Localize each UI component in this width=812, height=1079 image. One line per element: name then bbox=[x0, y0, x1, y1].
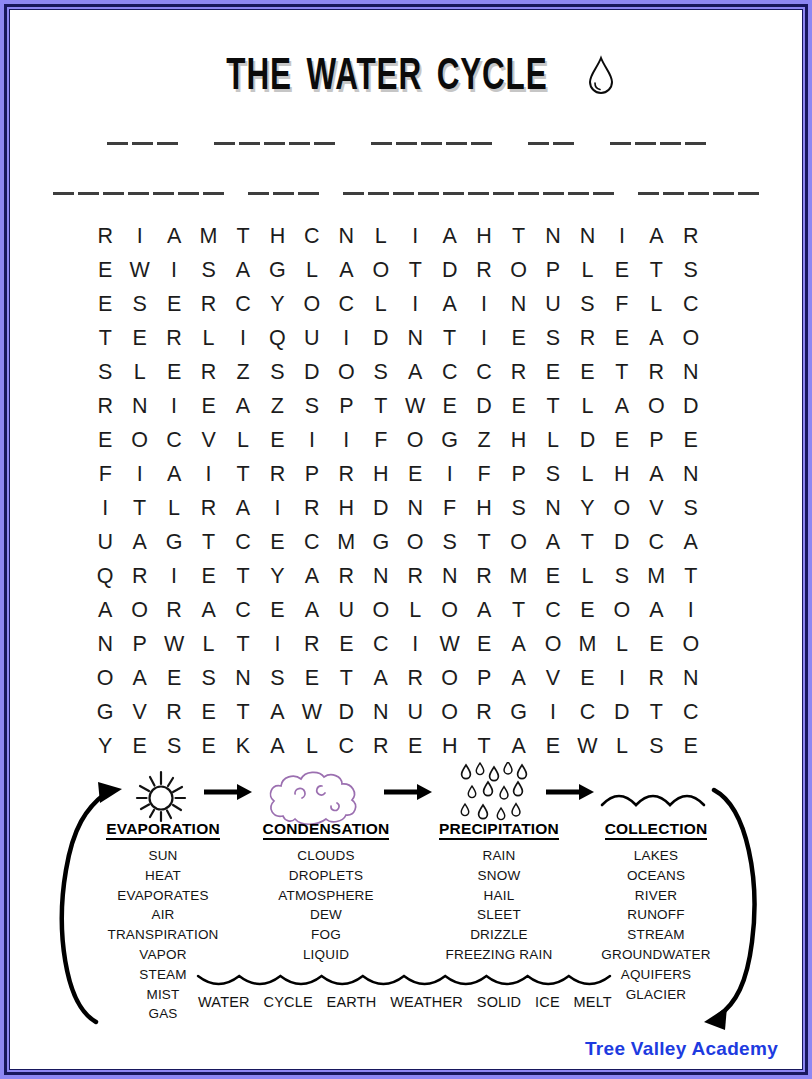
grid-cell[interactable]: I bbox=[432, 458, 466, 492]
grid-cell[interactable]: G bbox=[88, 695, 122, 729]
grid-cell[interactable]: R bbox=[295, 627, 329, 661]
grid-cell[interactable]: N bbox=[674, 458, 708, 492]
grid-cell[interactable]: T bbox=[191, 525, 225, 559]
answer-blank-group[interactable] bbox=[214, 142, 335, 145]
grid-cell[interactable]: A bbox=[191, 593, 225, 627]
grid-cell[interactable]: E bbox=[605, 322, 639, 356]
grid-cell[interactable]: P bbox=[501, 458, 535, 492]
grid-cell[interactable]: L bbox=[364, 288, 398, 322]
grid-cell[interactable]: A bbox=[501, 627, 535, 661]
grid-cell[interactable]: D bbox=[570, 424, 604, 458]
grid-cell[interactable]: I bbox=[605, 220, 639, 254]
grid-cell[interactable]: E bbox=[536, 729, 570, 763]
grid-cell[interactable]: I bbox=[536, 695, 570, 729]
grid-cell[interactable]: S bbox=[674, 492, 708, 526]
grid-cell[interactable]: A bbox=[432, 288, 466, 322]
grid-cell[interactable]: R bbox=[191, 288, 225, 322]
grid-cell[interactable]: E bbox=[191, 729, 225, 763]
grid-cell[interactable]: O bbox=[88, 661, 122, 695]
grid-cell[interactable]: E bbox=[536, 559, 570, 593]
grid-cell[interactable]: T bbox=[605, 356, 639, 390]
grid-cell[interactable]: C bbox=[329, 288, 363, 322]
grid-cell[interactable]: N bbox=[674, 356, 708, 390]
grid-cell[interactable]: S bbox=[536, 458, 570, 492]
grid-cell[interactable]: A bbox=[364, 661, 398, 695]
grid-cell[interactable]: S bbox=[260, 356, 294, 390]
grid-cell[interactable]: T bbox=[432, 322, 466, 356]
grid-cell[interactable]: M bbox=[570, 627, 604, 661]
grid-cell[interactable]: L bbox=[364, 220, 398, 254]
grid-cell[interactable]: E bbox=[674, 729, 708, 763]
grid-cell[interactable]: V bbox=[639, 492, 673, 526]
grid-cell[interactable]: R bbox=[295, 492, 329, 526]
grid-cell[interactable]: T bbox=[467, 525, 501, 559]
grid-cell[interactable]: E bbox=[88, 424, 122, 458]
grid-cell[interactable]: A bbox=[226, 390, 260, 424]
answer-blank-group[interactable] bbox=[53, 192, 224, 195]
grid-cell[interactable]: C bbox=[226, 525, 260, 559]
grid-cell[interactable]: E bbox=[570, 356, 604, 390]
grid-cell[interactable]: R bbox=[157, 593, 191, 627]
grid-cell[interactable]: N bbox=[364, 559, 398, 593]
grid-cell[interactable]: Q bbox=[260, 322, 294, 356]
grid-cell[interactable]: P bbox=[639, 424, 673, 458]
grid-cell[interactable]: I bbox=[467, 288, 501, 322]
grid-cell[interactable]: E bbox=[329, 627, 363, 661]
grid-cell[interactable]: E bbox=[674, 424, 708, 458]
grid-cell[interactable]: D bbox=[432, 254, 466, 288]
grid-cell[interactable]: C bbox=[364, 627, 398, 661]
grid-cell[interactable]: N bbox=[501, 288, 535, 322]
grid-cell[interactable]: S bbox=[570, 288, 604, 322]
grid-cell[interactable]: T bbox=[226, 458, 260, 492]
grid-cell[interactable]: M bbox=[191, 220, 225, 254]
grid-cell[interactable]: L bbox=[639, 288, 673, 322]
grid-cell[interactable]: G bbox=[364, 525, 398, 559]
grid-cell[interactable]: C bbox=[295, 525, 329, 559]
grid-cell[interactable]: O bbox=[329, 356, 363, 390]
grid-cell[interactable]: L bbox=[226, 424, 260, 458]
grid-cell[interactable]: K bbox=[226, 729, 260, 763]
grid-cell[interactable]: E bbox=[260, 593, 294, 627]
grid-cell[interactable]: P bbox=[536, 254, 570, 288]
grid-cell[interactable]: O bbox=[605, 593, 639, 627]
grid-cell[interactable]: T bbox=[639, 695, 673, 729]
grid-cell[interactable]: R bbox=[674, 220, 708, 254]
grid-cell[interactable]: C bbox=[639, 525, 673, 559]
grid-cell[interactable]: O bbox=[432, 661, 466, 695]
grid-cell[interactable]: S bbox=[364, 356, 398, 390]
grid-cell[interactable]: G bbox=[260, 254, 294, 288]
grid-cell[interactable]: Y bbox=[260, 559, 294, 593]
grid-cell[interactable]: I bbox=[88, 492, 122, 526]
grid-cell[interactable]: S bbox=[501, 492, 535, 526]
grid-cell[interactable]: A bbox=[329, 254, 363, 288]
grid-cell[interactable]: P bbox=[295, 458, 329, 492]
grid-cell[interactable]: R bbox=[398, 559, 432, 593]
grid-cell[interactable]: E bbox=[191, 390, 225, 424]
grid-cell[interactable]: L bbox=[570, 458, 604, 492]
grid-cell[interactable]: N bbox=[674, 661, 708, 695]
grid-cell[interactable]: A bbox=[260, 695, 294, 729]
grid-cell[interactable]: S bbox=[295, 390, 329, 424]
grid-cell[interactable]: S bbox=[536, 322, 570, 356]
grid-cell[interactable]: O bbox=[536, 627, 570, 661]
grid-cell[interactable]: I bbox=[398, 627, 432, 661]
grid-cell[interactable]: R bbox=[191, 356, 225, 390]
grid-cell[interactable]: R bbox=[364, 729, 398, 763]
grid-cell[interactable]: I bbox=[157, 254, 191, 288]
grid-cell[interactable]: A bbox=[88, 593, 122, 627]
grid-cell[interactable]: T bbox=[88, 322, 122, 356]
grid-cell[interactable]: C bbox=[674, 288, 708, 322]
grid-cell[interactable]: E bbox=[157, 661, 191, 695]
grid-cell[interactable]: E bbox=[605, 254, 639, 288]
grid-cell[interactable]: A bbox=[639, 458, 673, 492]
grid-cell[interactable]: N bbox=[122, 390, 156, 424]
grid-cell[interactable]: A bbox=[639, 322, 673, 356]
grid-cell[interactable]: V bbox=[191, 424, 225, 458]
grid-cell[interactable]: M bbox=[501, 559, 535, 593]
grid-cell[interactable]: O bbox=[398, 525, 432, 559]
grid-cell[interactable]: T bbox=[398, 254, 432, 288]
grid-cell[interactable]: E bbox=[295, 661, 329, 695]
grid-cell[interactable]: U bbox=[329, 593, 363, 627]
grid-cell[interactable]: Y bbox=[570, 492, 604, 526]
grid-cell[interactable]: R bbox=[122, 559, 156, 593]
grid-cell[interactable]: R bbox=[157, 322, 191, 356]
grid-cell[interactable]: A bbox=[501, 661, 535, 695]
grid-cell[interactable]: A bbox=[398, 356, 432, 390]
answer-blank-dash bbox=[157, 142, 178, 145]
grid-cell[interactable]: R bbox=[398, 661, 432, 695]
grid-cell[interactable]: C bbox=[674, 695, 708, 729]
grid-cell[interactable]: D bbox=[364, 492, 398, 526]
grid-cell[interactable]: G bbox=[432, 424, 466, 458]
grid-cell[interactable]: E bbox=[398, 458, 432, 492]
grid-cell[interactable]: T bbox=[501, 220, 535, 254]
grid-cell[interactable]: R bbox=[639, 356, 673, 390]
grid-cell[interactable]: L bbox=[570, 559, 604, 593]
grid-cell[interactable]: A bbox=[674, 525, 708, 559]
grid-cell[interactable]: R bbox=[467, 695, 501, 729]
grid-cell[interactable]: U bbox=[295, 322, 329, 356]
grid-cell[interactable]: A bbox=[295, 593, 329, 627]
grid-cell[interactable]: F bbox=[364, 424, 398, 458]
grid-cell[interactable]: T bbox=[226, 220, 260, 254]
grid-cell[interactable]: T bbox=[226, 559, 260, 593]
grid-cell[interactable]: P bbox=[329, 390, 363, 424]
answer-blank-group[interactable] bbox=[610, 142, 706, 145]
grid-cell[interactable]: U bbox=[88, 525, 122, 559]
grid-cell[interactable]: E bbox=[157, 288, 191, 322]
grid-cell[interactable]: R bbox=[191, 492, 225, 526]
answer-blank-group[interactable] bbox=[638, 192, 759, 195]
grid-cell[interactable]: E bbox=[605, 424, 639, 458]
grid-cell[interactable]: I bbox=[605, 661, 639, 695]
grid-cell[interactable]: I bbox=[260, 627, 294, 661]
grid-cell[interactable]: L bbox=[570, 390, 604, 424]
grid-cell[interactable]: E bbox=[467, 627, 501, 661]
grid-cell[interactable]: L bbox=[191, 322, 225, 356]
grid-cell[interactable]: L bbox=[295, 729, 329, 763]
grid-cell[interactable]: O bbox=[364, 254, 398, 288]
grid-cell[interactable]: P bbox=[467, 661, 501, 695]
grid-cell[interactable]: O bbox=[122, 593, 156, 627]
grid-cell[interactable]: Y bbox=[88, 729, 122, 763]
grid-cell[interactable]: E bbox=[260, 525, 294, 559]
grid-cell[interactable]: E bbox=[88, 254, 122, 288]
grid-cell[interactable]: N bbox=[88, 627, 122, 661]
grid-cell[interactable]: O bbox=[674, 627, 708, 661]
grid-cell[interactable]: E bbox=[122, 322, 156, 356]
grid-cell[interactable]: N bbox=[536, 220, 570, 254]
grid-cell[interactable]: T bbox=[674, 559, 708, 593]
grid-cell[interactable]: R bbox=[639, 661, 673, 695]
grid-cell[interactable]: R bbox=[329, 458, 363, 492]
grid-cell[interactable]: E bbox=[570, 593, 604, 627]
grid-cell[interactable]: M bbox=[329, 525, 363, 559]
grid-cell[interactable]: D bbox=[605, 695, 639, 729]
grid-cell[interactable]: D bbox=[364, 322, 398, 356]
grid-cell[interactable]: T bbox=[329, 661, 363, 695]
grid-cell[interactable]: N bbox=[398, 322, 432, 356]
grid-cell[interactable]: E bbox=[432, 390, 466, 424]
grid-cell[interactable]: S bbox=[191, 661, 225, 695]
grid-cell[interactable]: G bbox=[157, 525, 191, 559]
answer-blank-group[interactable] bbox=[107, 142, 178, 145]
grid-cell[interactable]: O bbox=[122, 424, 156, 458]
grid-cell[interactable]: W bbox=[570, 729, 604, 763]
grid-cell[interactable]: I bbox=[398, 288, 432, 322]
grid-cell[interactable]: O bbox=[674, 322, 708, 356]
grid-cell[interactable]: U bbox=[536, 288, 570, 322]
grid-cell[interactable]: I bbox=[122, 220, 156, 254]
grid-cell[interactable]: U bbox=[398, 695, 432, 729]
grid-cell[interactable]: Y bbox=[260, 288, 294, 322]
grid-cell[interactable]: I bbox=[260, 492, 294, 526]
grid-cell[interactable]: C bbox=[157, 424, 191, 458]
grid-cell[interactable]: I bbox=[157, 559, 191, 593]
grid-cell[interactable]: C bbox=[467, 356, 501, 390]
grid-cell[interactable]: N bbox=[329, 220, 363, 254]
grid-cell[interactable]: A bbox=[157, 220, 191, 254]
grid-cell[interactable]: D bbox=[605, 525, 639, 559]
grid-cell[interactable]: Z bbox=[467, 424, 501, 458]
grid-cell[interactable]: T bbox=[639, 254, 673, 288]
grid-cell[interactable]: L bbox=[157, 492, 191, 526]
grid-cell[interactable]: L bbox=[295, 254, 329, 288]
grid-cell[interactable]: N bbox=[226, 661, 260, 695]
grid-cell[interactable]: I bbox=[674, 593, 708, 627]
grid-cell[interactable]: I bbox=[329, 424, 363, 458]
grid-cell[interactable]: L bbox=[605, 729, 639, 763]
grid-cell[interactable]: F bbox=[467, 458, 501, 492]
grid-cell[interactable]: N bbox=[398, 492, 432, 526]
grid-cell[interactable]: H bbox=[329, 492, 363, 526]
grid-cell[interactable]: T bbox=[364, 390, 398, 424]
grid-cell[interactable]: H bbox=[467, 220, 501, 254]
grid-cell[interactable]: N bbox=[432, 559, 466, 593]
grid-cell[interactable]: C bbox=[295, 220, 329, 254]
grid-cell[interactable]: E bbox=[122, 729, 156, 763]
grid-cell[interactable]: E bbox=[570, 661, 604, 695]
grid-cell[interactable]: L bbox=[570, 254, 604, 288]
grid-cell[interactable]: W bbox=[398, 390, 432, 424]
grid-cell[interactable]: R bbox=[501, 356, 535, 390]
grid-cell[interactable]: A bbox=[467, 593, 501, 627]
grid-cell[interactable]: E bbox=[260, 424, 294, 458]
grid-cell[interactable]: O bbox=[295, 288, 329, 322]
grid-cell[interactable]: H bbox=[501, 424, 535, 458]
grid-cell[interactable]: W bbox=[122, 254, 156, 288]
grid-cell[interactable]: T bbox=[226, 695, 260, 729]
grid-cell[interactable]: E bbox=[501, 390, 535, 424]
grid-cell[interactable]: I bbox=[122, 458, 156, 492]
grid-cell[interactable]: E bbox=[157, 356, 191, 390]
grid-cell[interactable]: A bbox=[639, 593, 673, 627]
grid-cell[interactable]: H bbox=[432, 729, 466, 763]
grid-cell[interactable]: F bbox=[605, 288, 639, 322]
grid-cell[interactable]: T bbox=[570, 525, 604, 559]
grid-cell[interactable]: W bbox=[157, 627, 191, 661]
grid-cell[interactable]: O bbox=[364, 593, 398, 627]
grid-cell[interactable]: O bbox=[432, 593, 466, 627]
grid-cell[interactable]: S bbox=[260, 661, 294, 695]
grid-cell[interactable]: G bbox=[501, 695, 535, 729]
grid-cell[interactable]: N bbox=[570, 220, 604, 254]
grid-cell[interactable]: H bbox=[605, 458, 639, 492]
grid-cell[interactable]: Z bbox=[260, 390, 294, 424]
grid-cell[interactable]: W bbox=[432, 627, 466, 661]
grid-cell[interactable]: V bbox=[122, 695, 156, 729]
grid-cell[interactable]: I bbox=[329, 322, 363, 356]
grid-cell[interactable]: C bbox=[329, 729, 363, 763]
grid-cell[interactable]: O bbox=[501, 254, 535, 288]
grid-cell[interactable]: Z bbox=[226, 356, 260, 390]
grid-cell[interactable]: A bbox=[432, 220, 466, 254]
grid-cell[interactable]: A bbox=[226, 254, 260, 288]
grid-cell[interactable]: E bbox=[191, 695, 225, 729]
answer-blank-group[interactable] bbox=[528, 142, 574, 145]
grid-cell[interactable]: M bbox=[639, 559, 673, 593]
grid-cell[interactable]: D bbox=[674, 390, 708, 424]
grid-cell[interactable]: L bbox=[191, 627, 225, 661]
grid-cell[interactable]: O bbox=[605, 492, 639, 526]
grid-cell[interactable]: E bbox=[501, 322, 535, 356]
grid-cell[interactable]: I bbox=[157, 390, 191, 424]
grid-cell[interactable]: H bbox=[260, 220, 294, 254]
grid-cell[interactable]: C bbox=[536, 593, 570, 627]
grid-cell[interactable]: L bbox=[605, 627, 639, 661]
grid-cell[interactable]: R bbox=[157, 695, 191, 729]
grid-cell[interactable]: R bbox=[88, 220, 122, 254]
grid-cell[interactable]: N bbox=[364, 695, 398, 729]
grid-cell[interactable]: H bbox=[467, 492, 501, 526]
grid-cell[interactable]: R bbox=[329, 559, 363, 593]
grid-cell[interactable]: I bbox=[226, 322, 260, 356]
grid-cell[interactable]: T bbox=[467, 729, 501, 763]
grid-cell[interactable]: S bbox=[674, 254, 708, 288]
grid-cell[interactable]: S bbox=[122, 288, 156, 322]
answer-blanks-line-1[interactable] bbox=[10, 142, 802, 145]
grid-cell[interactable]: A bbox=[226, 492, 260, 526]
grid-cell[interactable]: D bbox=[295, 356, 329, 390]
grid-cell[interactable]: E bbox=[639, 627, 673, 661]
grid-cell[interactable]: A bbox=[501, 729, 535, 763]
answer-blank-group[interactable] bbox=[343, 192, 614, 195]
grid-cell[interactable]: A bbox=[295, 559, 329, 593]
grid-cell[interactable]: C bbox=[226, 593, 260, 627]
grid-cell[interactable]: D bbox=[329, 695, 363, 729]
grid-cell[interactable]: T bbox=[226, 627, 260, 661]
grid-cell[interactable]: S bbox=[432, 525, 466, 559]
grid-cell[interactable]: T bbox=[501, 593, 535, 627]
grid-cell[interactable]: F bbox=[88, 458, 122, 492]
grid-cell[interactable]: V bbox=[536, 661, 570, 695]
grid-cell[interactable]: I bbox=[191, 458, 225, 492]
grid-cell[interactable]: C bbox=[226, 288, 260, 322]
grid-cell[interactable]: E bbox=[191, 559, 225, 593]
grid-cell[interactable]: P bbox=[122, 627, 156, 661]
grid-cell[interactable]: L bbox=[398, 593, 432, 627]
grid-cell[interactable]: T bbox=[122, 492, 156, 526]
grid-cell[interactable]: L bbox=[536, 424, 570, 458]
grid-cell[interactable]: R bbox=[260, 458, 294, 492]
grid-cell[interactable]: A bbox=[605, 390, 639, 424]
grid-cell[interactable]: A bbox=[260, 729, 294, 763]
grid-cell[interactable]: O bbox=[398, 424, 432, 458]
grid-cell[interactable]: L bbox=[122, 356, 156, 390]
grid-cell[interactable]: F bbox=[432, 492, 466, 526]
grid-cell[interactable]: A bbox=[122, 525, 156, 559]
answer-blank-group[interactable] bbox=[371, 142, 492, 145]
grid-cell[interactable]: S bbox=[191, 254, 225, 288]
grid-cell[interactable]: E bbox=[398, 729, 432, 763]
grid-cell[interactable]: O bbox=[432, 695, 466, 729]
grid-cell[interactable]: I bbox=[295, 424, 329, 458]
grid-cell[interactable]: T bbox=[536, 390, 570, 424]
grid-cell[interactable]: S bbox=[88, 356, 122, 390]
grid-cell[interactable]: I bbox=[398, 220, 432, 254]
grid-cell[interactable]: A bbox=[157, 458, 191, 492]
grid-cell[interactable]: R bbox=[467, 254, 501, 288]
grid-cell[interactable]: C bbox=[432, 356, 466, 390]
grid-cell[interactable]: E bbox=[88, 288, 122, 322]
answer-blank-group[interactable] bbox=[248, 192, 319, 195]
grid-cell[interactable]: S bbox=[605, 559, 639, 593]
grid-cell[interactable]: O bbox=[639, 390, 673, 424]
grid-cell[interactable]: R bbox=[570, 322, 604, 356]
grid-cell[interactable]: A bbox=[122, 661, 156, 695]
grid-cell[interactable]: D bbox=[467, 390, 501, 424]
grid-cell[interactable]: C bbox=[570, 695, 604, 729]
grid-cell[interactable]: A bbox=[639, 220, 673, 254]
grid-cell[interactable]: R bbox=[88, 390, 122, 424]
grid-cell[interactable]: S bbox=[157, 729, 191, 763]
grid-cell[interactable]: H bbox=[364, 458, 398, 492]
grid-cell[interactable]: S bbox=[639, 729, 673, 763]
grid-cell[interactable]: A bbox=[536, 525, 570, 559]
grid-cell[interactable]: E bbox=[536, 356, 570, 390]
grid-cell[interactable]: I bbox=[467, 322, 501, 356]
grid-cell[interactable]: O bbox=[501, 525, 535, 559]
grid-cell[interactable]: Q bbox=[88, 559, 122, 593]
grid-cell[interactable]: W bbox=[295, 695, 329, 729]
grid-cell[interactable]: N bbox=[536, 492, 570, 526]
answer-blanks-line-2[interactable] bbox=[10, 192, 802, 195]
grid-cell[interactable]: R bbox=[467, 559, 501, 593]
